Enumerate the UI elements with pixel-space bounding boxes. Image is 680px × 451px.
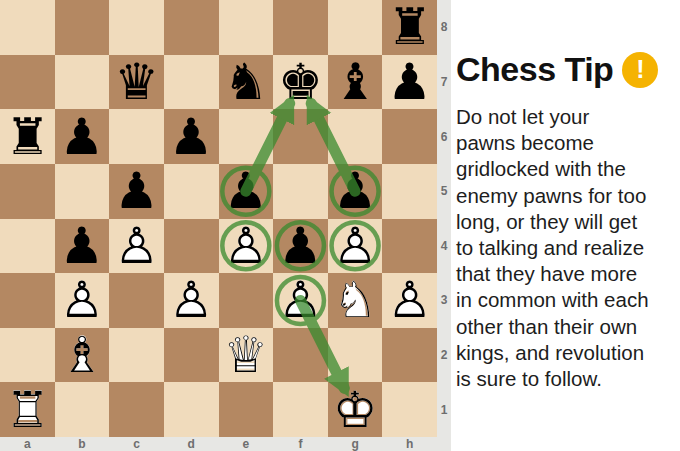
square-h3: ♟♙ [382, 273, 437, 328]
square-f8 [273, 0, 328, 55]
warning-icon: ! [622, 52, 658, 88]
white-pawn-b3: ♟♙ [55, 273, 110, 328]
square-a2 [0, 328, 55, 383]
square-e3 [219, 273, 274, 328]
square-b8 [55, 0, 110, 55]
square-d4 [164, 219, 219, 274]
white-rook-a1: ♜♖ [0, 382, 55, 437]
file-label-f: f [273, 437, 328, 451]
square-e6 [219, 109, 274, 164]
file-label-a: a [0, 437, 55, 451]
square-c5: ♟ [109, 164, 164, 219]
tip-title: Chess Tip [456, 50, 613, 89]
black-king-f7: ♚ [273, 55, 328, 110]
black-pawn-d6: ♟ [164, 109, 219, 164]
square-f7: ♚ [273, 55, 328, 110]
square-b5 [55, 164, 110, 219]
file-label-h: h [382, 437, 437, 451]
file-label-e: e [219, 437, 274, 451]
rank-label-2: 2 [437, 328, 451, 383]
square-a7 [0, 55, 55, 110]
square-f1 [273, 382, 328, 437]
file-label-c: c [109, 437, 164, 451]
square-e8 [219, 0, 274, 55]
square-e1 [219, 382, 274, 437]
rank-label-3: 3 [437, 273, 451, 328]
square-a4 [0, 219, 55, 274]
square-c2 [109, 328, 164, 383]
square-c6 [109, 109, 164, 164]
black-pawn-g5: ♟ [328, 164, 383, 219]
black-rook-h8: ♜ [382, 0, 437, 55]
file-labels: abcdefgh [0, 437, 437, 451]
square-h5 [382, 164, 437, 219]
tip-header: Chess Tip ! [456, 50, 676, 89]
black-pawn-e5: ♟ [219, 164, 274, 219]
white-pawn-g4: ♟♙ [328, 219, 383, 274]
white-king-g1: ♚♔ [328, 382, 383, 437]
square-d6: ♟ [164, 109, 219, 164]
square-f4: ♟ [273, 219, 328, 274]
white-pawn-f3: ♟♙ [273, 273, 328, 328]
tip-panel: Chess Tip ! Do not let your pawns become… [451, 0, 680, 451]
square-h4 [382, 219, 437, 274]
square-c1 [109, 382, 164, 437]
square-d7 [164, 55, 219, 110]
square-c3 [109, 273, 164, 328]
black-queen-c7: ♛ [109, 55, 164, 110]
square-a5 [0, 164, 55, 219]
square-h1 [382, 382, 437, 437]
square-b7 [55, 55, 110, 110]
square-a6: ♜ [0, 109, 55, 164]
black-pawn-b4: ♟ [55, 219, 110, 274]
square-e5: ♟ [219, 164, 274, 219]
square-d2 [164, 328, 219, 383]
rank-label-4: 4 [437, 219, 451, 274]
square-f3: ♟♙ [273, 273, 328, 328]
square-h8: ♜ [382, 0, 437, 55]
square-g5: ♟ [328, 164, 383, 219]
rank-labels: 87654321 [437, 0, 451, 437]
black-knight-e7: ♞ [219, 55, 274, 110]
square-g7: ♝ [328, 55, 383, 110]
chess-board-area: ♜♛♞♚♝♟♜♟♟♟♟♟♟♟♙♟♙♟♟♙♟♙♟♙♟♙♞♘♟♙♝♗♛♕♜♖♚♔ 8… [0, 0, 451, 451]
square-g6 [328, 109, 383, 164]
file-label-b: b [55, 437, 110, 451]
white-bishop-b2: ♝♗ [55, 328, 110, 383]
square-h2 [382, 328, 437, 383]
square-h7: ♟ [382, 55, 437, 110]
file-label-g: g [328, 437, 383, 451]
square-g2 [328, 328, 383, 383]
square-b2: ♝♗ [55, 328, 110, 383]
square-f2 [273, 328, 328, 383]
white-pawn-e4: ♟♙ [219, 219, 274, 274]
square-b1 [55, 382, 110, 437]
black-pawn-h7: ♟ [382, 55, 437, 110]
white-pawn-d3: ♟♙ [164, 273, 219, 328]
square-g3: ♞♘ [328, 273, 383, 328]
rank-label-7: 7 [437, 55, 451, 110]
black-rook-a6: ♜ [0, 109, 55, 164]
rank-label-1: 1 [437, 382, 451, 437]
rank-label-6: 6 [437, 109, 451, 164]
square-g4: ♟♙ [328, 219, 383, 274]
white-knight-g3: ♞♘ [328, 273, 383, 328]
square-d8 [164, 0, 219, 55]
square-a1: ♜♖ [0, 382, 55, 437]
file-label-d: d [164, 437, 219, 451]
white-pawn-h3: ♟♙ [382, 273, 437, 328]
tip-body-text: Do not let your pawns become gridlocked … [456, 104, 676, 392]
square-c4: ♟♙ [109, 219, 164, 274]
square-c7: ♛ [109, 55, 164, 110]
white-pawn-c4: ♟♙ [109, 219, 164, 274]
black-pawn-b6: ♟ [55, 109, 110, 164]
square-b3: ♟♙ [55, 273, 110, 328]
square-f5 [273, 164, 328, 219]
square-e7: ♞ [219, 55, 274, 110]
rank-label-5: 5 [437, 164, 451, 219]
square-c8 [109, 0, 164, 55]
square-a3 [0, 273, 55, 328]
black-pawn-f4: ♟ [273, 219, 328, 274]
page: ♜♛♞♚♝♟♜♟♟♟♟♟♟♟♙♟♙♟♟♙♟♙♟♙♟♙♞♘♟♙♝♗♛♕♜♖♚♔ 8… [0, 0, 680, 451]
square-d1 [164, 382, 219, 437]
square-b6: ♟ [55, 109, 110, 164]
black-bishop-g7: ♝ [328, 55, 383, 110]
rank-label-8: 8 [437, 0, 451, 55]
square-f6 [273, 109, 328, 164]
chess-board: ♜♛♞♚♝♟♜♟♟♟♟♟♟♟♙♟♙♟♟♙♟♙♟♙♟♙♞♘♟♙♝♗♛♕♜♖♚♔ [0, 0, 437, 437]
square-a8 [0, 0, 55, 55]
square-h6 [382, 109, 437, 164]
square-e2: ♛♕ [219, 328, 274, 383]
white-queen-e2: ♛♕ [219, 328, 274, 383]
square-g8 [328, 0, 383, 55]
black-pawn-c5: ♟ [109, 164, 164, 219]
square-b4: ♟ [55, 219, 110, 274]
square-g1: ♚♔ [328, 382, 383, 437]
square-d3: ♟♙ [164, 273, 219, 328]
square-e4: ♟♙ [219, 219, 274, 274]
square-d5 [164, 164, 219, 219]
